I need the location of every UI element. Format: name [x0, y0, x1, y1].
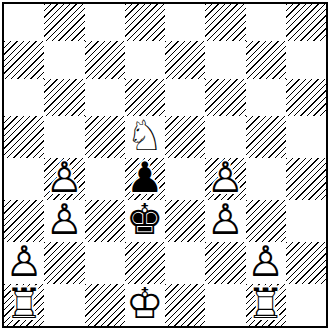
white-pawn-glyph: ♙: [5, 241, 43, 283]
white-pawn: ♟♙: [246, 242, 286, 284]
black-pawn-glyph: ♟: [126, 157, 164, 199]
square-a8[interactable]: [4, 4, 44, 41]
square-e5[interactable]: [165, 116, 205, 158]
square-d2[interactable]: [125, 242, 165, 284]
chess-board: ♞♘♟♙♟♟♙♟♙♚♟♙♟♙♟♙♜♖♚♔♜♖: [2, 2, 328, 328]
square-b6[interactable]: [44, 79, 84, 116]
square-a3[interactable]: [4, 200, 44, 242]
white-pawn-glyph: ♙: [207, 157, 245, 199]
square-f1[interactable]: [205, 284, 245, 326]
white-pawn: ♟♙: [44, 158, 84, 200]
square-b4[interactable]: ♟♙: [44, 158, 84, 200]
square-h8[interactable]: [286, 4, 326, 41]
white-pawn-glyph: ♙: [247, 241, 285, 283]
square-b8[interactable]: [44, 4, 84, 41]
square-c3[interactable]: [85, 200, 125, 242]
page: ♞♘♟♙♟♟♙♟♙♚♟♙♟♙♟♙♜♖♚♔♜♖: [0, 0, 332, 332]
white-king-glyph: ♔: [126, 283, 164, 325]
square-d4[interactable]: ♟: [125, 158, 165, 200]
square-g5[interactable]: [246, 116, 286, 158]
square-h3[interactable]: [286, 200, 326, 242]
square-a2[interactable]: ♟♙: [4, 242, 44, 284]
square-d3[interactable]: ♚: [125, 200, 165, 242]
square-e3[interactable]: [165, 200, 205, 242]
square-d7[interactable]: [125, 41, 165, 78]
square-h1[interactable]: [286, 284, 326, 326]
square-h4[interactable]: [286, 158, 326, 200]
square-g4[interactable]: [246, 158, 286, 200]
square-c2[interactable]: [85, 242, 125, 284]
square-e4[interactable]: [165, 158, 205, 200]
white-king: ♚♔: [125, 284, 165, 326]
white-rook: ♜♖: [4, 284, 44, 326]
square-c5[interactable]: [85, 116, 125, 158]
square-d1[interactable]: ♚♔: [125, 284, 165, 326]
white-pawn: ♟♙: [44, 200, 84, 242]
white-knight: ♞♘: [125, 116, 165, 158]
square-a1[interactable]: ♜♖: [4, 284, 44, 326]
square-g6[interactable]: [246, 79, 286, 116]
white-rook-glyph: ♖: [247, 283, 285, 325]
square-b3[interactable]: ♟♙: [44, 200, 84, 242]
square-g1[interactable]: ♜♖: [246, 284, 286, 326]
square-g8[interactable]: [246, 4, 286, 41]
square-b5[interactable]: [44, 116, 84, 158]
black-king-glyph: ♚: [126, 199, 164, 241]
white-pawn-glyph: ♙: [207, 199, 245, 241]
white-rook: ♜♖: [246, 284, 286, 326]
square-b2[interactable]: [44, 242, 84, 284]
square-e2[interactable]: [165, 242, 205, 284]
square-h7[interactable]: [286, 41, 326, 78]
square-d8[interactable]: [125, 4, 165, 41]
square-g3[interactable]: [246, 200, 286, 242]
square-c4[interactable]: [85, 158, 125, 200]
square-e6[interactable]: [165, 79, 205, 116]
square-e8[interactable]: [165, 4, 205, 41]
square-c1[interactable]: [85, 284, 125, 326]
square-f3[interactable]: ♟♙: [205, 200, 245, 242]
square-c7[interactable]: [85, 41, 125, 78]
square-b7[interactable]: [44, 41, 84, 78]
white-pawn: ♟♙: [205, 158, 245, 200]
square-a6[interactable]: [4, 79, 44, 116]
square-h6[interactable]: [286, 79, 326, 116]
black-king: ♚: [125, 200, 165, 242]
white-knight-glyph: ♘: [126, 115, 164, 157]
white-pawn-glyph: ♙: [46, 199, 84, 241]
white-rook-glyph: ♖: [5, 283, 43, 325]
square-g2[interactable]: ♟♙: [246, 242, 286, 284]
square-a7[interactable]: [4, 41, 44, 78]
square-a5[interactable]: [4, 116, 44, 158]
square-a4[interactable]: [4, 158, 44, 200]
square-d5[interactable]: ♞♘: [125, 116, 165, 158]
square-f5[interactable]: [205, 116, 245, 158]
square-c6[interactable]: [85, 79, 125, 116]
square-g7[interactable]: [246, 41, 286, 78]
square-c8[interactable]: [85, 4, 125, 41]
square-h5[interactable]: [286, 116, 326, 158]
white-pawn: ♟♙: [205, 200, 245, 242]
square-e7[interactable]: [165, 41, 205, 78]
square-f8[interactable]: [205, 4, 245, 41]
square-h2[interactable]: [286, 242, 326, 284]
black-pawn: ♟: [125, 158, 165, 200]
square-e1[interactable]: [165, 284, 205, 326]
square-b1[interactable]: [44, 284, 84, 326]
white-pawn-glyph: ♙: [46, 157, 84, 199]
square-f4[interactable]: ♟♙: [205, 158, 245, 200]
square-f7[interactable]: [205, 41, 245, 78]
white-pawn: ♟♙: [4, 242, 44, 284]
square-f6[interactable]: [205, 79, 245, 116]
square-f2[interactable]: [205, 242, 245, 284]
